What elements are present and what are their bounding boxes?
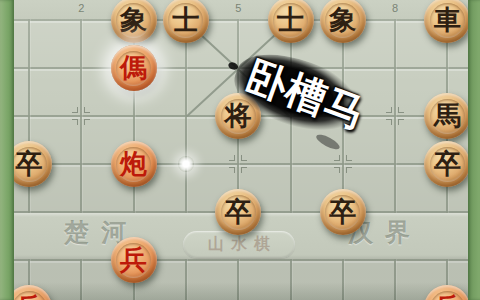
point-marker [334, 155, 352, 173]
piece-face: 士 [168, 3, 203, 38]
piece-glyph-卒: 卒 [225, 198, 252, 225]
table-edge-left [0, 0, 14, 300]
piece-black-pawn-e[interactable]: 卒 [215, 189, 261, 235]
piece-face: 卒 [430, 147, 465, 182]
piece-face: 兵 [116, 243, 151, 278]
piece-black-elephant-left[interactable]: 象 [111, 0, 157, 43]
piece-glyph-卒: 卒 [434, 150, 461, 177]
river-logo-text: 山水棋 [201, 234, 277, 255]
piece-face: 卒 [325, 195, 360, 230]
piece-glyph-士: 士 [172, 6, 199, 33]
piece-red-soldier-c[interactable]: 兵 [111, 237, 157, 283]
file-label-8: 8 [385, 2, 405, 14]
piece-face: 馬 [430, 99, 465, 134]
piece-face: 象 [325, 3, 360, 38]
piece-glyph-車: 車 [434, 6, 461, 33]
file-label-2: 2 [71, 2, 91, 14]
piece-face: 士 [273, 3, 308, 38]
piece-glyph-兵: 兵 [434, 294, 461, 300]
piece-face: 兵 [430, 291, 465, 300]
piece-glyph-卒: 卒 [329, 198, 356, 225]
piece-black-elephant-right[interactable]: 象 [320, 0, 366, 43]
piece-face: 傌 [116, 51, 151, 86]
point-marker [72, 107, 90, 125]
piece-face: 卒 [12, 147, 47, 182]
piece-glyph-炮: 炮 [120, 150, 147, 177]
piece-red-horse-selected[interactable]: 傌 [111, 45, 157, 91]
file-label-5: 5 [228, 2, 248, 14]
piece-glyph-傌: 傌 [120, 54, 147, 81]
piece-black-pawn-g[interactable]: 卒 [320, 189, 366, 235]
piece-face: 炮 [116, 147, 151, 182]
piece-glyph-象: 象 [120, 6, 147, 33]
piece-face: 車 [430, 3, 465, 38]
point-marker [229, 155, 247, 173]
river-logo-plaque: 山水棋 [183, 231, 295, 258]
xiangqi-game-screen: 楚河 山水棋 汉界 258 象士士象車傌将馬卒炮卒卒卒兵兵兵 卧槽马 [0, 0, 480, 300]
piece-glyph-象: 象 [329, 6, 356, 33]
piece-glyph-士: 士 [277, 6, 304, 33]
piece-face: 卒 [221, 195, 256, 230]
piece-glyph-兵: 兵 [16, 294, 43, 300]
piece-glyph-馬: 馬 [434, 102, 461, 129]
move-origin-glow-dot [178, 156, 194, 172]
piece-black-advisor-right[interactable]: 士 [268, 0, 314, 43]
piece-glyph-将: 将 [225, 102, 252, 129]
piece-face: 兵 [12, 291, 47, 300]
piece-glyph-兵: 兵 [120, 246, 147, 273]
table-edge-right [468, 0, 480, 300]
piece-glyph-卒: 卒 [16, 150, 43, 177]
piece-red-cannon[interactable]: 炮 [111, 141, 157, 187]
piece-face: 象 [116, 3, 151, 38]
point-marker [386, 107, 404, 125]
